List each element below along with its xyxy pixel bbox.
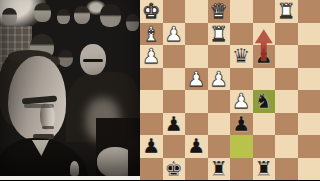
board-square[interactable]: [185, 45, 208, 68]
board-square[interactable]: [298, 23, 320, 46]
board-square[interactable]: [185, 23, 208, 46]
piece-black-rook[interactable]: ♜: [210, 158, 228, 181]
board-square[interactable]: ♟: [140, 135, 163, 158]
piece-black-queen[interactable]: ♛: [232, 45, 250, 68]
piece-black-pawn[interactable]: ♟: [187, 135, 205, 158]
board-square[interactable]: ♟: [230, 113, 253, 136]
board-square[interactable]: [163, 68, 186, 91]
board-square[interactable]: ♟: [163, 113, 186, 136]
board-square[interactable]: ♞: [253, 90, 276, 113]
board-square[interactable]: ♜: [275, 0, 298, 23]
board-square[interactable]: ♜: [208, 158, 231, 181]
board-square[interactable]: ♛: [230, 45, 253, 68]
board-square[interactable]: [253, 0, 276, 23]
board-square[interactable]: [140, 68, 163, 91]
board-square[interactable]: [298, 90, 320, 113]
board-square[interactable]: [163, 135, 186, 158]
board-square[interactable]: ♚: [163, 158, 186, 181]
board-square[interactable]: [185, 113, 208, 136]
piece-white-queen[interactable]: ♛: [210, 0, 228, 23]
piece-black-king[interactable]: ♚: [165, 158, 183, 181]
board-square[interactable]: [253, 68, 276, 91]
board-square[interactable]: [253, 23, 276, 46]
board-square[interactable]: [163, 0, 186, 23]
board-square[interactable]: ♜: [253, 158, 276, 181]
board-square[interactable]: ♟: [208, 68, 231, 91]
board-square[interactable]: [185, 90, 208, 113]
board-square[interactable]: [253, 113, 276, 136]
board-square[interactable]: [140, 90, 163, 113]
photo-vignette: [0, 0, 140, 176]
board-square[interactable]: [230, 68, 253, 91]
piece-black-pawn[interactable]: ♟: [142, 135, 160, 158]
board-square[interactable]: ♟: [185, 135, 208, 158]
youtube-thumbnail: ♚♛♜♝♟♜♟♛♟♟♟♟♞♟♟♟♟♚♜♜: [0, 0, 320, 180]
piece-black-knight[interactable]: ♞: [255, 90, 273, 113]
board-square[interactable]: [275, 113, 298, 136]
board-square[interactable]: [298, 68, 320, 91]
board-square[interactable]: [230, 0, 253, 23]
board-square[interactable]: [298, 158, 320, 181]
board-square[interactable]: ♟: [230, 90, 253, 113]
board-square[interactable]: [298, 113, 320, 136]
board-square[interactable]: [185, 0, 208, 23]
piece-white-pawn[interactable]: ♟: [210, 68, 228, 91]
chess-board[interactable]: ♚♛♜♝♟♜♟♛♟♟♟♟♞♟♟♟♟♚♜♜: [140, 0, 320, 180]
board-square[interactable]: [208, 135, 231, 158]
board-square[interactable]: [230, 135, 253, 158]
board-square[interactable]: [298, 45, 320, 68]
piece-white-pawn[interactable]: ♟: [232, 90, 250, 113]
board-square[interactable]: ♜: [208, 23, 231, 46]
board-square[interactable]: ♝: [140, 23, 163, 46]
board-square[interactable]: ♚: [140, 0, 163, 23]
piece-white-king[interactable]: ♚: [142, 0, 160, 23]
piece-white-pawn[interactable]: ♟: [165, 23, 183, 46]
board-square[interactable]: [163, 90, 186, 113]
board-square[interactable]: [275, 90, 298, 113]
board-square[interactable]: [275, 68, 298, 91]
piece-black-rook[interactable]: ♜: [255, 158, 273, 181]
piece-black-pawn[interactable]: ♟: [232, 113, 250, 136]
board-square[interactable]: [140, 113, 163, 136]
board-square[interactable]: [140, 158, 163, 181]
board-square[interactable]: [208, 113, 231, 136]
board-square[interactable]: ♟: [140, 45, 163, 68]
board-square[interactable]: [275, 23, 298, 46]
board-square[interactable]: [253, 135, 276, 158]
board-square[interactable]: ♟: [253, 45, 276, 68]
board-square[interactable]: ♛: [208, 0, 231, 23]
board-square[interactable]: ♟: [185, 68, 208, 91]
board-square[interactable]: [275, 45, 298, 68]
board-square[interactable]: [208, 45, 231, 68]
board-square[interactable]: [230, 23, 253, 46]
piece-black-pawn[interactable]: ♟: [165, 113, 183, 136]
board-square[interactable]: [275, 135, 298, 158]
piece-white-rook[interactable]: ♜: [210, 23, 228, 46]
piece-black-pawn[interactable]: ♟: [255, 45, 273, 68]
board-square[interactable]: [208, 90, 231, 113]
board-square[interactable]: [163, 45, 186, 68]
board-square[interactable]: [298, 135, 320, 158]
piece-white-pawn[interactable]: ♟: [142, 45, 160, 68]
board-square[interactable]: [275, 158, 298, 181]
player-photo: [0, 0, 140, 180]
board-square[interactable]: [298, 0, 320, 23]
piece-white-rook[interactable]: ♜: [277, 0, 295, 23]
piece-white-pawn[interactable]: ♟: [187, 68, 205, 91]
piece-white-bishop[interactable]: ♝: [142, 23, 160, 46]
board-square[interactable]: [230, 158, 253, 181]
board-square[interactable]: ♟: [163, 23, 186, 46]
board-square[interactable]: [185, 158, 208, 181]
